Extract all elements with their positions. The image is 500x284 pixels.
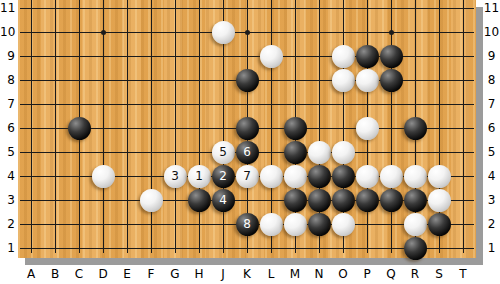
stone-white-P4 [356, 165, 379, 188]
row-label-left-2: 2 [0, 216, 15, 232]
stone-white-O2 [332, 213, 355, 236]
stone-white-S3 [428, 189, 451, 212]
stone-white-M4 [284, 165, 307, 188]
column-label-P: P [358, 266, 376, 282]
row-label-left-9: 9 [0, 48, 15, 64]
grid-line-col-T [463, 0, 464, 253]
column-label-B: B [46, 266, 64, 282]
row-label-right-9: 9 [483, 48, 500, 64]
row-label-left-4: 4 [0, 168, 15, 184]
stone-black-K5-move-6: 6 [236, 141, 259, 164]
column-label-L: L [262, 266, 280, 282]
stone-black-S2 [428, 213, 451, 236]
star-point-K10 [245, 30, 250, 35]
stone-black-N3 [308, 189, 331, 212]
row-label-right-10: 10 [483, 24, 500, 40]
stone-white-P8 [356, 69, 379, 92]
grid-line-col-D [103, 0, 104, 253]
column-label-S: S [430, 266, 448, 282]
row-label-right-8: 8 [483, 72, 500, 88]
stone-black-M6 [284, 117, 307, 140]
row-label-right-3: 3 [483, 192, 500, 208]
stone-black-Q8 [380, 69, 403, 92]
stone-black-R1 [404, 237, 427, 260]
row-label-left-10: 10 [0, 24, 15, 40]
row-label-left-11: 11 [0, 0, 15, 16]
column-label-F: F [142, 266, 160, 282]
go-diagram: 5631274811109876543211110987654321ABCDEF… [0, 0, 500, 284]
stone-black-R6 [404, 117, 427, 140]
grid-line-col-Q [391, 0, 392, 253]
column-label-Q: Q [382, 266, 400, 282]
column-label-A: A [22, 266, 40, 282]
stone-white-N5 [308, 141, 331, 164]
stone-black-O4 [332, 165, 355, 188]
stone-black-J4-move-2: 2 [212, 165, 235, 188]
stone-white-R2 [404, 213, 427, 236]
row-label-left-5: 5 [0, 144, 15, 160]
row-label-right-6: 6 [483, 120, 500, 136]
column-label-R: R [406, 266, 424, 282]
stone-black-O3 [332, 189, 355, 212]
row-label-right-2: 2 [483, 216, 500, 232]
stone-black-N2 [308, 213, 331, 236]
column-label-H: H [190, 266, 208, 282]
column-label-K: K [238, 266, 256, 282]
row-label-left-6: 6 [0, 120, 15, 136]
row-label-left-7: 7 [0, 96, 15, 112]
grid-line-col-F [151, 0, 152, 253]
stone-white-D4 [92, 165, 115, 188]
stone-white-L9 [260, 45, 283, 68]
stone-white-P6 [356, 117, 379, 140]
column-label-J: J [214, 266, 232, 282]
grid-line-col-E [127, 0, 128, 253]
column-label-M: M [286, 266, 304, 282]
grid-line-col-G [175, 0, 176, 253]
stone-black-K2-move-8: 8 [236, 213, 259, 236]
stone-white-F3 [140, 189, 163, 212]
stone-white-J5-move-5: 5 [212, 141, 235, 164]
stone-white-L2 [260, 213, 283, 236]
stone-black-R3 [404, 189, 427, 212]
column-label-N: N [310, 266, 328, 282]
column-label-T: T [454, 266, 472, 282]
stone-black-M3 [284, 189, 307, 212]
row-label-right-7: 7 [483, 96, 500, 112]
stone-white-O8 [332, 69, 355, 92]
stone-black-K8 [236, 69, 259, 92]
stone-white-Q4 [380, 165, 403, 188]
row-label-right-4: 4 [483, 168, 500, 184]
row-label-right-5: 5 [483, 144, 500, 160]
star-point-Q10 [389, 30, 394, 35]
stone-white-G4-move-3: 3 [164, 165, 187, 188]
row-label-right-1: 1 [483, 240, 500, 256]
grid-line-row-9 [20, 56, 474, 57]
row-label-left-1: 1 [0, 240, 15, 256]
stone-white-M2 [284, 213, 307, 236]
row-label-left-3: 3 [0, 192, 15, 208]
grid-line-row-11 [20, 8, 474, 9]
stone-black-P3 [356, 189, 379, 212]
column-label-G: G [166, 266, 184, 282]
stone-black-Q9 [380, 45, 403, 68]
grid-line-col-B [55, 0, 56, 253]
stone-white-L4 [260, 165, 283, 188]
column-label-C: C [70, 266, 88, 282]
grid-line-col-A [31, 0, 32, 253]
stone-black-K6 [236, 117, 259, 140]
row-label-right-11: 11 [483, 0, 500, 16]
column-label-O: O [334, 266, 352, 282]
stone-white-O9 [332, 45, 355, 68]
stone-black-J3-move-4: 4 [212, 189, 235, 212]
stone-black-M5 [284, 141, 307, 164]
stone-white-K4-move-7: 7 [236, 165, 259, 188]
grid-line-row-7 [20, 104, 474, 105]
stone-white-S4 [428, 165, 451, 188]
stone-black-N4 [308, 165, 331, 188]
column-label-D: D [94, 266, 112, 282]
grid-line-col-H [199, 0, 200, 253]
stone-white-H4-move-1: 1 [188, 165, 211, 188]
row-label-left-8: 8 [0, 72, 15, 88]
stone-black-C6 [68, 117, 91, 140]
column-label-E: E [118, 266, 136, 282]
stone-black-H3 [188, 189, 211, 212]
stone-black-Q3 [380, 189, 403, 212]
stone-white-O5 [332, 141, 355, 164]
stone-black-P9 [356, 45, 379, 68]
stone-white-J10 [212, 21, 235, 44]
stone-white-R4 [404, 165, 427, 188]
star-point-D10 [101, 30, 106, 35]
